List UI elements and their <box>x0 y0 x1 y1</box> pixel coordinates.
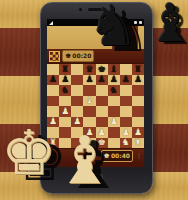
white-pawn[interactable]: ♟ <box>98 128 106 137</box>
header-bar: ♚ 00:20 <box>47 49 144 63</box>
board-square[interactable]: ♞ <box>120 138 132 149</box>
board-square[interactable] <box>47 85 59 96</box>
black-pawn[interactable]: ♟ <box>98 75 106 84</box>
board-square[interactable]: ♝ <box>108 64 120 75</box>
white-clock: ♚ 00:40 <box>101 150 133 162</box>
board-square[interactable] <box>71 127 83 138</box>
black-king-icon: ♚ <box>65 53 71 60</box>
board-square[interactable]: ♜ <box>59 64 71 75</box>
board-square[interactable]: ♞ <box>108 85 120 96</box>
board-square[interactable] <box>83 85 95 96</box>
black-pawn[interactable]: ♟ <box>49 75 57 84</box>
white-rook[interactable]: ♜ <box>49 138 57 147</box>
black-pawn[interactable]: ♟ <box>134 75 142 84</box>
status-bar <box>47 19 144 26</box>
app-wood-backdrop <box>47 26 144 49</box>
white-pawn[interactable]: ♟ <box>122 128 130 137</box>
black-pawn[interactable]: ♟ <box>85 75 93 84</box>
board-square[interactable] <box>108 138 120 149</box>
board-square[interactable] <box>120 64 132 75</box>
board-square[interactable]: ♟ <box>83 127 95 138</box>
phone-frame: ♚ 00:20 ♜♛♚♝♜♟♟♟♟♟♟♟♞♞♝♟♟♟♟♟♟♟♟♜♛♚♞♜ ✳ –… <box>40 2 153 194</box>
board-square[interactable] <box>108 96 120 107</box>
backdrop-dark-square <box>112 26 138 49</box>
board-square[interactable]: ♞ <box>59 85 71 96</box>
white-pawn[interactable]: ♟ <box>61 107 69 116</box>
white-king[interactable]: ♚ <box>98 138 106 147</box>
black-time: 00:20 <box>72 53 91 59</box>
white-pawn[interactable]: ♟ <box>49 117 57 126</box>
board-square[interactable]: ♟ <box>47 75 59 86</box>
board-square[interactable] <box>120 117 132 128</box>
board-menu-icon[interactable] <box>49 51 60 62</box>
board-square[interactable] <box>96 96 108 107</box>
board-square[interactable] <box>59 138 71 149</box>
white-rook[interactable]: ♜ <box>134 138 142 147</box>
board-square[interactable] <box>59 117 71 128</box>
board-square[interactable]: ♛ <box>83 138 95 149</box>
board-square[interactable]: ♟ <box>120 75 132 86</box>
camera-dot <box>79 8 82 11</box>
signal-icon <box>49 21 53 25</box>
board-square[interactable] <box>83 106 95 117</box>
board-square[interactable] <box>120 96 132 107</box>
battery-icon <box>139 21 142 24</box>
board-square[interactable]: ♟ <box>132 127 144 138</box>
board-square[interactable]: ♟ <box>132 75 144 86</box>
board-square[interactable] <box>47 106 59 117</box>
black-king[interactable]: ♚ <box>98 65 106 74</box>
black-rook[interactable]: ♜ <box>134 65 142 74</box>
board-square[interactable]: ♟ <box>59 75 71 86</box>
board-square[interactable]: ♜ <box>47 138 59 149</box>
hint-icon[interactable]: ✳ <box>89 153 94 159</box>
board-square[interactable]: ♝ <box>83 96 95 107</box>
board-square[interactable]: ♟ <box>96 127 108 138</box>
draw-icon[interactable]: – <box>96 153 99 159</box>
chess-board[interactable]: ♜♛♚♝♜♟♟♟♟♟♟♟♞♞♝♟♟♟♟♟♟♟♟♜♛♚♞♜ <box>47 63 144 149</box>
white-bishop[interactable]: ♝ <box>85 96 93 105</box>
board-square[interactable]: ♟ <box>96 75 108 86</box>
black-knight[interactable]: ♞ <box>110 86 118 95</box>
black-knight[interactable]: ♞ <box>61 86 69 95</box>
board-square[interactable] <box>71 75 83 86</box>
board-square[interactable] <box>59 127 71 138</box>
white-pawn[interactable]: ♟ <box>110 117 118 126</box>
white-king-icon: ♚ <box>104 153 110 160</box>
screen-bottom-fill <box>47 163 144 167</box>
promo-image: ♚ 00:20 ♜♛♚♝♜♟♟♟♟♟♟♟♞♞♝♟♟♟♟♟♟♟♟♜♛♚♞♜ ✳ –… <box>0 0 188 200</box>
board-square[interactable] <box>47 64 59 75</box>
white-pawn[interactable]: ♟ <box>73 117 81 126</box>
board-square[interactable]: ♜ <box>132 138 144 149</box>
board-square[interactable] <box>132 117 144 128</box>
board-square[interactable] <box>96 117 108 128</box>
board-square[interactable]: ♟ <box>108 117 120 128</box>
board-square[interactable] <box>132 96 144 107</box>
white-knight[interactable]: ♞ <box>122 138 130 147</box>
board-square[interactable]: ♚ <box>96 64 108 75</box>
board-square[interactable]: ♟ <box>47 117 59 128</box>
menu-icon[interactable]: ⋮ <box>136 153 142 159</box>
white-queen[interactable]: ♛ <box>85 138 93 147</box>
board-square[interactable] <box>96 106 108 117</box>
white-time: 00:40 <box>111 153 130 159</box>
board-square[interactable]: ♟ <box>108 75 120 86</box>
black-pawn[interactable]: ♟ <box>122 75 130 84</box>
black-queen[interactable]: ♛ <box>85 65 93 74</box>
board-square[interactable]: ♟ <box>120 127 132 138</box>
board-square[interactable] <box>96 85 108 96</box>
black-bishop[interactable]: ♝ <box>110 65 118 74</box>
board-square[interactable]: ♚ <box>96 138 108 149</box>
black-rook[interactable]: ♜ <box>61 65 69 74</box>
footer-bar: ✳ – ♚ 00:40 ⋮ <box>47 149 144 163</box>
board-square[interactable]: ♟ <box>59 106 71 117</box>
black-pawn[interactable]: ♟ <box>61 75 69 84</box>
black-pawn[interactable]: ♟ <box>110 75 118 84</box>
board-square[interactable] <box>108 127 120 138</box>
board-square[interactable] <box>120 106 132 117</box>
board-square[interactable] <box>132 106 144 117</box>
speaker-slot <box>88 8 106 11</box>
board-square[interactable] <box>71 138 83 149</box>
board-square[interactable] <box>71 106 83 117</box>
home-button[interactable] <box>90 174 103 187</box>
board-square[interactable] <box>108 106 120 117</box>
board-square[interactable] <box>71 85 83 96</box>
board-square[interactable] <box>120 85 132 96</box>
white-pawn[interactable]: ♟ <box>134 128 142 137</box>
board-square[interactable]: ♛ <box>83 64 95 75</box>
board-square[interactable] <box>132 85 144 96</box>
board-square[interactable] <box>47 96 59 107</box>
board-square[interactable] <box>59 96 71 107</box>
white-pawn[interactable]: ♟ <box>85 128 93 137</box>
wifi-icon <box>134 21 137 24</box>
board-square[interactable]: ♟ <box>83 75 95 86</box>
board-square[interactable] <box>83 117 95 128</box>
board-square[interactable]: ♜ <box>132 64 144 75</box>
black-clock: ♚ 00:20 <box>62 50 94 62</box>
board-square[interactable] <box>71 64 83 75</box>
app-screen: ♚ 00:20 ♜♛♚♝♜♟♟♟♟♟♟♟♞♞♝♟♟♟♟♟♟♟♟♜♛♚♞♜ ✳ –… <box>47 19 144 167</box>
board-square[interactable] <box>47 127 59 138</box>
board-square[interactable]: ♟ <box>71 117 83 128</box>
board-square[interactable] <box>71 96 83 107</box>
